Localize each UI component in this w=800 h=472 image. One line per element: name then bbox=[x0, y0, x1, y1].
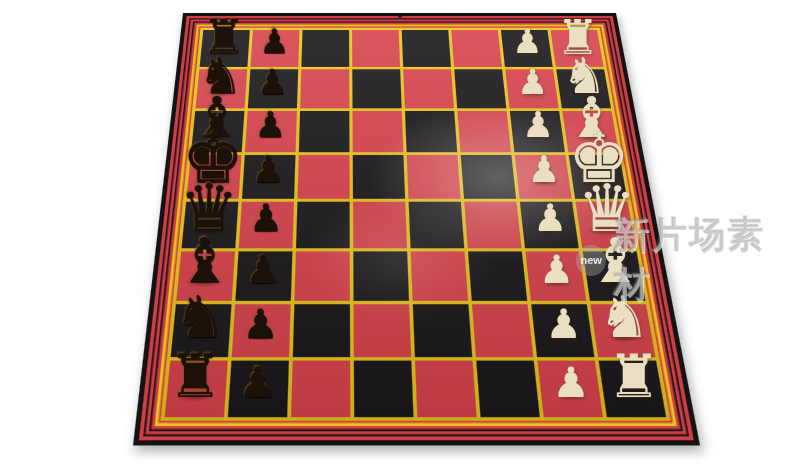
black-pawn[interactable]: ♟ bbox=[239, 362, 277, 404]
white-pawn[interactable]: ♟ bbox=[512, 25, 542, 59]
square-f5[interactable] bbox=[353, 111, 404, 152]
square-a6[interactable] bbox=[291, 361, 350, 417]
square-d3[interactable] bbox=[464, 202, 521, 249]
square-b3[interactable] bbox=[472, 304, 533, 357]
square-b4[interactable] bbox=[413, 304, 472, 357]
square-g3[interactable] bbox=[454, 69, 506, 108]
black-pawn[interactable]: ♟ bbox=[257, 65, 288, 100]
white-pawn[interactable]: ♟ bbox=[545, 304, 581, 345]
square-e3[interactable] bbox=[461, 155, 516, 199]
white-pawn[interactable]: ♟ bbox=[527, 152, 560, 189]
square-g4[interactable] bbox=[403, 69, 454, 108]
square-g5[interactable] bbox=[352, 69, 401, 108]
white-knight[interactable]: ♞ bbox=[598, 290, 650, 348]
square-h6[interactable] bbox=[301, 30, 349, 67]
square-h4[interactable] bbox=[402, 30, 451, 67]
white-pawn[interactable]: ♟ bbox=[522, 107, 554, 143]
square-b5[interactable] bbox=[354, 304, 412, 357]
square-f3[interactable] bbox=[457, 111, 511, 152]
white-pawn[interactable]: ♟ bbox=[533, 200, 567, 238]
black-pawn[interactable]: ♟ bbox=[246, 250, 281, 289]
square-e5[interactable] bbox=[353, 155, 405, 199]
square-d5[interactable] bbox=[353, 202, 407, 249]
white-pawn[interactable]: ♟ bbox=[552, 362, 590, 404]
square-a5[interactable] bbox=[354, 361, 414, 417]
square-d6[interactable] bbox=[296, 202, 350, 249]
square-e6[interactable] bbox=[297, 155, 349, 199]
board-fold-notch bbox=[398, 13, 402, 18]
square-f4[interactable] bbox=[405, 111, 457, 152]
square-c4[interactable] bbox=[411, 251, 468, 301]
white-rook[interactable]: ♜ bbox=[607, 347, 660, 407]
square-c5[interactable] bbox=[353, 251, 409, 301]
square-c3[interactable] bbox=[468, 251, 527, 301]
square-a3[interactable] bbox=[476, 361, 540, 417]
black-knight[interactable]: ♞ bbox=[174, 290, 226, 348]
square-h3[interactable] bbox=[451, 30, 502, 67]
photo-scene: ♜♟♟♜♞♟♟♞♝♟♟♝♚♟♟♚♛♟♟♛♝♟♟♝♞♟♟♞♜♟♟♜ new 新片场… bbox=[0, 0, 800, 472]
square-b6[interactable] bbox=[293, 304, 350, 357]
black-pawn[interactable]: ♟ bbox=[249, 200, 283, 238]
square-e4[interactable] bbox=[407, 155, 461, 199]
white-pawn[interactable]: ♟ bbox=[517, 65, 548, 100]
white-pawn[interactable]: ♟ bbox=[539, 250, 574, 289]
square-a4[interactable] bbox=[415, 361, 477, 417]
black-pawn[interactable]: ♟ bbox=[254, 107, 286, 143]
black-rook[interactable]: ♜ bbox=[168, 347, 221, 407]
square-d4[interactable] bbox=[409, 202, 465, 249]
black-pawn[interactable]: ♟ bbox=[259, 25, 289, 59]
square-g6[interactable] bbox=[300, 69, 349, 108]
square-f6[interactable] bbox=[299, 111, 350, 152]
black-pawn[interactable]: ♟ bbox=[242, 304, 278, 345]
square-c6[interactable] bbox=[294, 251, 349, 301]
square-h5[interactable] bbox=[352, 30, 400, 67]
black-pawn[interactable]: ♟ bbox=[252, 152, 285, 189]
